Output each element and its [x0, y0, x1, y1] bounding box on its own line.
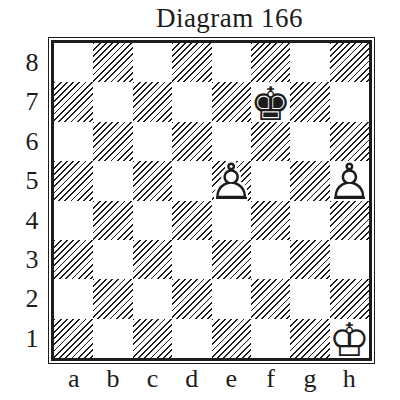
file-label-e: e [212, 364, 251, 394]
square-g8 [290, 43, 329, 82]
square-c7 [133, 82, 172, 121]
square-b3 [93, 240, 132, 279]
square-b8 [93, 43, 132, 82]
square-b6 [93, 122, 132, 161]
file-label-d: d [172, 364, 211, 394]
rank-labels: 87654321 [21, 43, 43, 358]
square-f3 [251, 240, 290, 279]
rank-label-4: 4 [21, 201, 43, 240]
square-d6 [172, 122, 211, 161]
square-g5 [290, 161, 329, 200]
square-a5 [54, 161, 93, 200]
square-g3 [290, 240, 329, 279]
square-d7 [172, 82, 211, 121]
square-f7: ♚ [251, 82, 290, 121]
piece-white-king-h1: ♔ [329, 317, 370, 363]
rank-label-3: 3 [21, 240, 43, 279]
square-e3 [212, 240, 251, 279]
square-a6 [54, 122, 93, 161]
square-e8 [212, 43, 251, 82]
piece-glyph: ♙ [327, 157, 372, 207]
square-d1 [172, 319, 211, 358]
file-label-g: g [290, 364, 329, 394]
file-label-c: c [133, 364, 172, 394]
chess-diagram-page: Diagram 166 87654321 ♚♟♙♙♔ abcdefgh [0, 0, 400, 400]
square-d5 [172, 161, 211, 200]
square-a4 [54, 201, 93, 240]
square-h7 [330, 82, 369, 121]
square-c4 [133, 201, 172, 240]
piece-black-king-f7: ♚ [250, 81, 291, 127]
square-c1 [133, 319, 172, 358]
board-grid: ♚♟♙♙♔ [54, 43, 369, 358]
square-d3 [172, 240, 211, 279]
square-a2 [54, 279, 93, 318]
square-d8 [172, 43, 211, 82]
rank-label-2: 2 [21, 279, 43, 318]
rank-label-8: 8 [21, 43, 43, 82]
square-g2 [290, 279, 329, 318]
square-a1 [54, 319, 93, 358]
square-h8 [330, 43, 369, 82]
rank-label-1: 1 [21, 319, 43, 358]
square-f4 [251, 201, 290, 240]
square-c2 [133, 279, 172, 318]
file-label-a: a [54, 364, 93, 394]
square-h5: ♙ [330, 161, 369, 200]
square-f1 [251, 319, 290, 358]
square-c6 [133, 122, 172, 161]
square-g7 [290, 82, 329, 121]
piece-glyph: ♔ [329, 317, 370, 363]
board-inner-frame: ♚♟♙♙♔ [51, 40, 372, 361]
rank-label-7: 7 [21, 82, 43, 121]
square-b7 [93, 82, 132, 121]
file-label-f: f [251, 364, 290, 394]
square-e7 [212, 82, 251, 121]
square-b1 [93, 319, 132, 358]
square-g6 [290, 122, 329, 161]
square-c8 [133, 43, 172, 82]
file-label-h: h [330, 364, 369, 394]
square-e2 [212, 279, 251, 318]
pawn-dotted-baseline [216, 197, 247, 199]
square-b4 [93, 201, 132, 240]
square-f5 [251, 161, 290, 200]
square-c3 [133, 240, 172, 279]
square-b2 [93, 279, 132, 318]
square-h1: ♔ [330, 319, 369, 358]
pawn-dotted-baseline [334, 197, 365, 199]
square-f2 [251, 279, 290, 318]
square-c5 [133, 161, 172, 200]
square-b5 [93, 161, 132, 200]
square-h3 [330, 240, 369, 279]
square-g4 [290, 201, 329, 240]
chess-board: ♚♟♙♙♔ [48, 37, 375, 364]
square-a3 [54, 240, 93, 279]
file-label-b: b [93, 364, 132, 394]
square-d2 [172, 279, 211, 318]
diagram-title: Diagram 166 [66, 3, 393, 34]
square-e1 [212, 319, 251, 358]
piece-white-pawn-h5: ♙ [327, 157, 372, 207]
rank-label-6: 6 [21, 122, 43, 161]
square-e5: ♟♙ [212, 161, 251, 200]
square-a8 [54, 43, 93, 82]
square-d4 [172, 201, 211, 240]
piece-glyph: ♙ [209, 157, 254, 207]
piece-white-pawn-e5: ♟♙ [209, 157, 254, 207]
square-g1 [290, 319, 329, 358]
rank-label-5: 5 [21, 161, 43, 200]
square-a7 [54, 82, 93, 121]
file-labels: abcdefgh [54, 364, 369, 394]
piece-glyph: ♚ [250, 81, 291, 127]
